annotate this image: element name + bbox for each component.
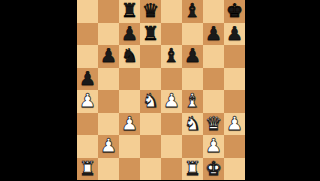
black-pawn[interactable]: ♟ — [182, 45, 203, 68]
black-king[interactable]: ♚ — [224, 0, 245, 23]
square-h4[interactable] — [224, 90, 245, 113]
square-g8[interactable] — [203, 0, 224, 23]
square-g1[interactable]: ♚ — [203, 158, 224, 181]
white-bishop[interactable]: ♝ — [182, 90, 203, 113]
square-c2[interactable] — [119, 135, 140, 158]
square-e3[interactable] — [161, 113, 182, 136]
square-h1[interactable] — [224, 158, 245, 181]
square-f8[interactable]: ♝ — [182, 0, 203, 23]
black-bishop[interactable]: ♝ — [161, 45, 182, 68]
square-e5[interactable] — [161, 68, 182, 91]
square-c7[interactable]: ♟ — [119, 23, 140, 46]
square-f5[interactable] — [182, 68, 203, 91]
black-bishop[interactable]: ♝ — [182, 0, 203, 23]
square-g4[interactable] — [203, 90, 224, 113]
black-pawn[interactable]: ♟ — [224, 23, 245, 46]
white-king[interactable]: ♚ — [203, 158, 224, 181]
square-g3[interactable]: ♛ — [203, 113, 224, 136]
square-d2[interactable] — [140, 135, 161, 158]
white-pawn[interactable]: ♟ — [224, 113, 245, 136]
square-f6[interactable]: ♟ — [182, 45, 203, 68]
square-g2[interactable]: ♟ — [203, 135, 224, 158]
square-d5[interactable] — [140, 68, 161, 91]
square-b3[interactable] — [98, 113, 119, 136]
white-rook[interactable]: ♜ — [182, 158, 203, 181]
square-b7[interactable] — [98, 23, 119, 46]
square-e6[interactable]: ♝ — [161, 45, 182, 68]
black-pawn[interactable]: ♟ — [77, 68, 98, 91]
black-knight[interactable]: ♞ — [119, 45, 140, 68]
square-h7[interactable]: ♟ — [224, 23, 245, 46]
square-g7[interactable]: ♟ — [203, 23, 224, 46]
white-pawn[interactable]: ♟ — [77, 90, 98, 113]
square-d8[interactable]: ♛ — [140, 0, 161, 23]
square-h3[interactable]: ♟ — [224, 113, 245, 136]
square-a7[interactable] — [77, 23, 98, 46]
black-pawn[interactable]: ♟ — [119, 23, 140, 46]
square-a5[interactable]: ♟ — [77, 68, 98, 91]
square-f7[interactable] — [182, 23, 203, 46]
square-a8[interactable] — [77, 0, 98, 23]
white-queen[interactable]: ♛ — [203, 113, 224, 136]
white-knight[interactable]: ♞ — [182, 113, 203, 136]
white-pawn[interactable]: ♟ — [98, 135, 119, 158]
letterbox-background: ♜♛♝♚♟♜♟♟♟♞♝♟♟♟♞♟♝♟♞♛♟♟♟♜♜♚ — [0, 0, 320, 180]
square-b2[interactable]: ♟ — [98, 135, 119, 158]
square-f1[interactable]: ♜ — [182, 158, 203, 181]
square-h6[interactable] — [224, 45, 245, 68]
square-b5[interactable] — [98, 68, 119, 91]
square-a4[interactable]: ♟ — [77, 90, 98, 113]
black-rook[interactable]: ♜ — [119, 0, 140, 23]
square-b1[interactable] — [98, 158, 119, 181]
chess-board: ♜♛♝♚♟♜♟♟♟♞♝♟♟♟♞♟♝♟♞♛♟♟♟♜♜♚ — [77, 0, 245, 180]
square-h8[interactable]: ♚ — [224, 0, 245, 23]
square-d7[interactable]: ♜ — [140, 23, 161, 46]
square-h5[interactable] — [224, 68, 245, 91]
black-queen[interactable]: ♛ — [140, 0, 161, 23]
square-c3[interactable]: ♟ — [119, 113, 140, 136]
black-pawn[interactable]: ♟ — [98, 45, 119, 68]
square-a6[interactable] — [77, 45, 98, 68]
square-d3[interactable] — [140, 113, 161, 136]
black-pawn[interactable]: ♟ — [203, 23, 224, 46]
square-e1[interactable] — [161, 158, 182, 181]
square-c4[interactable] — [119, 90, 140, 113]
square-d4[interactable]: ♞ — [140, 90, 161, 113]
square-g5[interactable] — [203, 68, 224, 91]
white-knight[interactable]: ♞ — [140, 90, 161, 113]
square-d1[interactable] — [140, 158, 161, 181]
square-d6[interactable] — [140, 45, 161, 68]
square-e2[interactable] — [161, 135, 182, 158]
white-pawn[interactable]: ♟ — [203, 135, 224, 158]
black-rook[interactable]: ♜ — [140, 23, 161, 46]
square-e8[interactable] — [161, 0, 182, 23]
square-h2[interactable] — [224, 135, 245, 158]
square-b4[interactable] — [98, 90, 119, 113]
square-c5[interactable] — [119, 68, 140, 91]
square-a1[interactable]: ♜ — [77, 158, 98, 181]
square-f3[interactable]: ♞ — [182, 113, 203, 136]
square-c1[interactable] — [119, 158, 140, 181]
square-f4[interactable]: ♝ — [182, 90, 203, 113]
square-e4[interactable]: ♟ — [161, 90, 182, 113]
square-f2[interactable] — [182, 135, 203, 158]
square-e7[interactable] — [161, 23, 182, 46]
square-b6[interactable]: ♟ — [98, 45, 119, 68]
square-c8[interactable]: ♜ — [119, 0, 140, 23]
square-a3[interactable] — [77, 113, 98, 136]
square-b8[interactable] — [98, 0, 119, 23]
white-rook[interactable]: ♜ — [77, 158, 98, 181]
square-g6[interactable] — [203, 45, 224, 68]
square-a2[interactable] — [77, 135, 98, 158]
square-c6[interactable]: ♞ — [119, 45, 140, 68]
white-pawn[interactable]: ♟ — [161, 90, 182, 113]
white-pawn[interactable]: ♟ — [119, 113, 140, 136]
